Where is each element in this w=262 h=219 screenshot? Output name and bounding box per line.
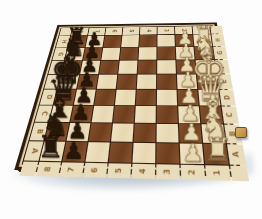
square-a3[interactable]	[156, 143, 179, 163]
bottom-coordinate-label: 4	[132, 164, 156, 179]
bottom-coordinate-label: 6	[83, 163, 107, 178]
square-d3[interactable]	[157, 90, 177, 106]
square-g5[interactable]	[120, 47, 138, 60]
square-e6[interactable]	[97, 75, 117, 89]
square-b4[interactable]	[134, 124, 156, 143]
black-rook-a8[interactable]: ♜	[37, 132, 64, 163]
photo-canvas: 87654321H♜♟♟♜HG♞♟♟♞GF♝♟♟♝FE♚♟♟♚ED♛♟♟♛DC♝…	[0, 0, 262, 219]
top-coordinate-label: 6	[105, 27, 122, 35]
scene: 87654321H♜♟♟♜HG♞♟♟♞GF♝♟♟♝FE♚♟♟♚ED♛♟♟♛DC♝…	[0, 0, 262, 219]
square-a7[interactable]: ♟	[62, 142, 87, 162]
bottom-coordinate-label: 1	[205, 165, 231, 181]
square-b3[interactable]	[157, 124, 179, 143]
top-coordinate-label: 4	[140, 27, 157, 35]
square-d5[interactable]	[115, 90, 136, 105]
square-a1[interactable]: ♜	[203, 144, 228, 165]
bottom-coordinate-label: 8	[36, 162, 61, 177]
clasp-latch	[235, 127, 247, 138]
white-rook-a1[interactable]: ♜	[203, 134, 232, 166]
coordinate-text: 3	[163, 29, 169, 32]
square-h5[interactable]	[121, 35, 139, 47]
white-pawn-a2[interactable]: ♟	[181, 141, 203, 166]
square-f5[interactable]	[118, 60, 137, 73]
chess-board: 87654321H♜♟♟♜HG♞♟♟♞GF♝♟♟♝FE♚♟♟♚ED♛♟♟♛DC♝…	[14, 23, 241, 176]
square-h3[interactable]	[157, 35, 174, 47]
square-f4[interactable]	[138, 60, 157, 73]
bottom-coordinate-label: 2	[181, 165, 206, 180]
square-a5[interactable]	[109, 142, 133, 162]
square-d6[interactable]	[94, 90, 115, 105]
coordinate-text: 4	[145, 29, 151, 32]
top-coordinate-label: 5	[122, 27, 139, 35]
square-e4[interactable]	[137, 74, 156, 88]
coordinate-text: 6	[111, 30, 117, 33]
bottom-coordinate-label: 5	[107, 163, 131, 178]
square-g6[interactable]	[101, 48, 120, 60]
coordinate-text: 5	[128, 29, 134, 32]
bottom-coordinate-label: 3	[156, 164, 180, 179]
top-coordinate-label: 3	[158, 27, 175, 35]
square-c3[interactable]	[157, 106, 178, 123]
square-e5[interactable]	[117, 75, 137, 89]
square-a6[interactable]	[85, 142, 109, 162]
frame-corner	[230, 166, 249, 181]
square-b5[interactable]	[111, 123, 134, 141]
square-f3[interactable]	[157, 60, 176, 73]
square-a2[interactable]: ♟	[180, 144, 204, 165]
square-g3[interactable]	[157, 47, 175, 60]
square-f6[interactable]	[99, 61, 119, 74]
square-c4[interactable]	[135, 106, 156, 123]
square-c5[interactable]	[113, 106, 135, 123]
square-h4[interactable]	[139, 35, 156, 47]
square-g4[interactable]	[138, 47, 156, 60]
square-d4[interactable]	[136, 90, 156, 106]
square-h6[interactable]	[103, 35, 121, 47]
square-c6[interactable]	[92, 106, 114, 123]
black-pawn-a7[interactable]: ♟	[63, 139, 84, 163]
square-e3[interactable]	[157, 74, 176, 88]
bottom-coordinate-label: 7	[59, 162, 84, 177]
coordinate-text: A	[232, 151, 242, 157]
chess-board-grid: 87654321H♜♟♟♜HG♞♟♟♞GF♝♟♟♝FE♚♟♟♚ED♛♟♟♛DC♝…	[21, 25, 234, 169]
square-a4[interactable]	[132, 143, 155, 163]
square-a8[interactable]: ♜	[40, 142, 66, 162]
square-b6[interactable]	[89, 123, 112, 141]
